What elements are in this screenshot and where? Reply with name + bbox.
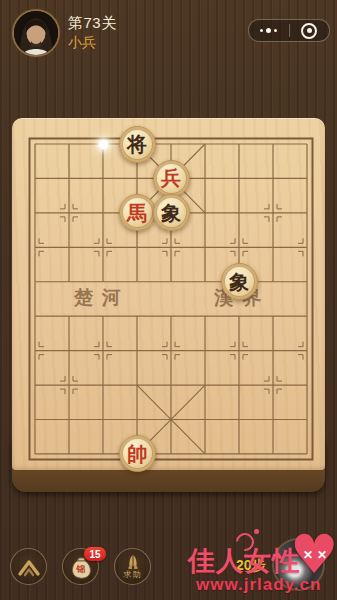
xiangqi-app: 第73关 小兵 楚河 漢界 将兵馬象象帥 锦: [0, 0, 337, 600]
piece-red-兵[interactable]: 兵: [153, 160, 190, 197]
avatar[interactable]: [12, 9, 60, 57]
hint-count-badge: 15: [84, 547, 106, 561]
last-move-marker: [99, 140, 108, 149]
difficulty-label: 小兵: [68, 34, 96, 52]
miniprogram-capsule: [248, 19, 330, 42]
xiangqi-board[interactable]: 楚河 漢界 将兵馬象象帥: [12, 118, 325, 470]
steps-counter: 20步: [236, 557, 266, 575]
restart-button[interactable]: [272, 538, 325, 591]
target-icon: [301, 23, 317, 39]
help-button[interactable]: 求助: [114, 548, 151, 585]
more-icon: [260, 29, 263, 32]
chevron-up-icon: [16, 555, 42, 579]
piece-black-象[interactable]: 象: [221, 263, 258, 300]
level-label: 第73关: [68, 14, 117, 33]
watermark-swirl: [232, 529, 257, 554]
more-button[interactable]: [249, 20, 289, 41]
piece-red-帥[interactable]: 帥: [119, 435, 156, 472]
svg-text:锦: 锦: [75, 564, 85, 574]
help-label: 求助: [124, 569, 142, 580]
piece-black-象[interactable]: 象: [153, 194, 190, 231]
piece-black-将[interactable]: 将: [119, 126, 156, 163]
piece-red-馬[interactable]: 馬: [119, 194, 156, 231]
river-label-left: 楚河: [74, 285, 130, 311]
avatar-portrait: [14, 11, 58, 55]
collapse-button[interactable]: [10, 548, 47, 585]
close-button[interactable]: [290, 20, 330, 41]
